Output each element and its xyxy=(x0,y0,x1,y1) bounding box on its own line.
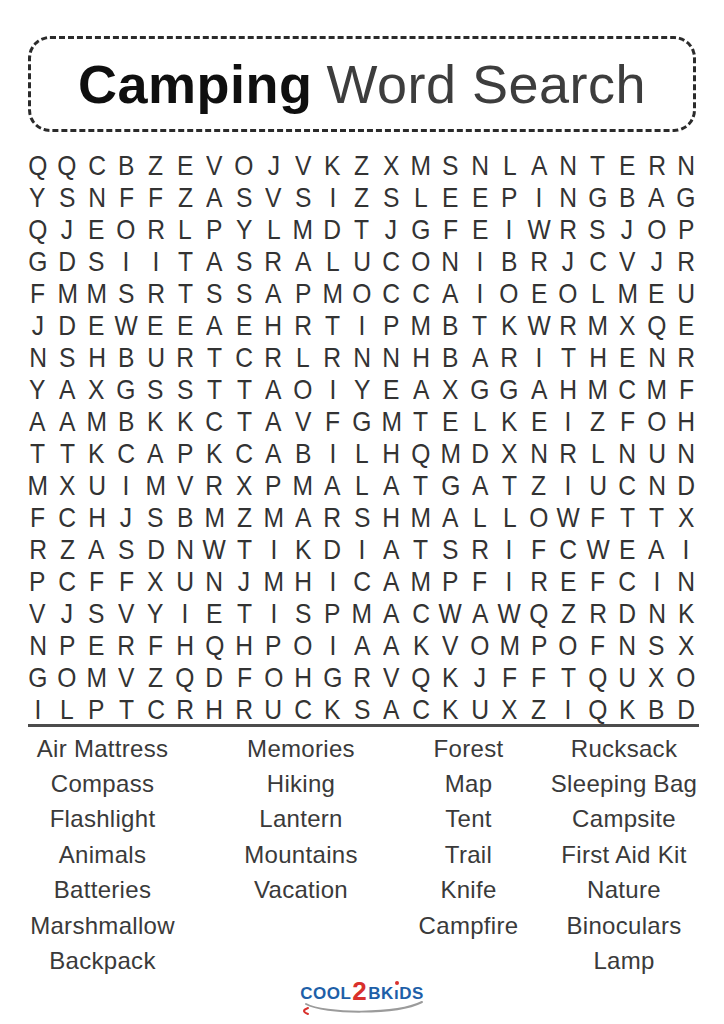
grid-cell[interactable]: J xyxy=(52,598,81,630)
grid-cell[interactable]: S xyxy=(111,278,140,310)
grid-cell[interactable]: I xyxy=(495,566,524,598)
grid-cell[interactable]: Z xyxy=(141,150,170,182)
grid-cell[interactable]: I xyxy=(23,694,52,726)
grid-cell[interactable]: Z xyxy=(347,150,376,182)
grid-cell[interactable]: N xyxy=(377,342,406,374)
grid-cell[interactable]: U xyxy=(141,342,170,374)
grid-cell[interactable]: D xyxy=(318,214,347,246)
grid-cell[interactable]: Y xyxy=(23,374,52,406)
grid-cell[interactable]: N xyxy=(465,150,494,182)
grid-cell[interactable]: C xyxy=(82,150,111,182)
grid-cell[interactable]: R xyxy=(583,598,612,630)
grid-cell[interactable]: L xyxy=(170,214,199,246)
grid-cell[interactable]: N xyxy=(642,342,671,374)
grid-cell[interactable]: M xyxy=(642,374,671,406)
grid-cell[interactable]: I xyxy=(347,310,376,342)
grid-cell[interactable]: L xyxy=(465,406,494,438)
grid-cell[interactable]: K xyxy=(406,630,435,662)
grid-cell[interactable]: E xyxy=(436,182,465,214)
grid-cell[interactable]: H xyxy=(583,342,612,374)
grid-cell[interactable]: H xyxy=(288,662,317,694)
grid-cell[interactable]: R xyxy=(259,342,288,374)
grid-cell[interactable]: M xyxy=(23,470,52,502)
grid-cell[interactable]: C xyxy=(229,438,258,470)
grid-cell[interactable]: A xyxy=(642,534,671,566)
grid-cell[interactable]: D xyxy=(52,310,81,342)
grid-cell[interactable]: P xyxy=(52,630,81,662)
grid-cell[interactable]: P xyxy=(288,278,317,310)
grid-cell[interactable]: B xyxy=(495,246,524,278)
grid-cell[interactable]: T xyxy=(554,342,583,374)
grid-cell[interactable]: R xyxy=(170,694,199,726)
grid-cell[interactable]: M xyxy=(406,566,435,598)
grid-cell[interactable]: N xyxy=(672,438,701,470)
grid-cell[interactable]: A xyxy=(200,182,229,214)
grid-cell[interactable]: F xyxy=(583,566,612,598)
grid-cell[interactable]: C xyxy=(613,470,642,502)
grid-cell[interactable]: K xyxy=(436,662,465,694)
grid-cell[interactable]: F xyxy=(583,502,612,534)
grid-cell[interactable]: A xyxy=(259,278,288,310)
grid-cell[interactable]: E xyxy=(613,342,642,374)
grid-cell[interactable]: S xyxy=(347,502,376,534)
grid-cell[interactable]: E xyxy=(465,214,494,246)
grid-cell[interactable]: X xyxy=(377,150,406,182)
grid-cell[interactable]: K xyxy=(613,694,642,726)
grid-cell[interactable]: N xyxy=(613,438,642,470)
grid-cell[interactable]: E xyxy=(229,310,258,342)
grid-cell[interactable]: T xyxy=(170,246,199,278)
grid-cell[interactable]: T xyxy=(170,278,199,310)
grid-cell[interactable]: T xyxy=(642,502,671,534)
grid-cell[interactable]: F xyxy=(111,182,140,214)
grid-cell[interactable]: Q xyxy=(524,598,553,630)
grid-cell[interactable]: T xyxy=(111,694,140,726)
grid-cell[interactable]: A xyxy=(377,470,406,502)
grid-cell[interactable]: Y xyxy=(229,214,258,246)
grid-cell[interactable]: J xyxy=(23,310,52,342)
grid-cell[interactable]: F xyxy=(583,630,612,662)
grid-cell[interactable]: I xyxy=(465,246,494,278)
grid-cell[interactable]: K xyxy=(141,406,170,438)
grid-cell[interactable]: T xyxy=(613,502,642,534)
grid-cell[interactable]: K xyxy=(288,534,317,566)
grid-cell[interactable]: A xyxy=(436,278,465,310)
grid-cell[interactable]: M xyxy=(347,598,376,630)
grid-cell[interactable]: K xyxy=(495,406,524,438)
grid-cell[interactable]: X xyxy=(495,694,524,726)
grid-cell[interactable]: S xyxy=(82,598,111,630)
grid-cell[interactable]: E xyxy=(613,534,642,566)
grid-cell[interactable]: B xyxy=(111,406,140,438)
grid-cell[interactable]: N xyxy=(613,630,642,662)
grid-cell[interactable]: L xyxy=(583,438,612,470)
grid-cell[interactable]: O xyxy=(672,662,701,694)
grid-cell[interactable]: I xyxy=(524,342,553,374)
grid-cell[interactable]: E xyxy=(82,310,111,342)
grid-cell[interactable]: T xyxy=(406,470,435,502)
grid-cell[interactable]: V xyxy=(23,598,52,630)
grid-cell[interactable]: I xyxy=(170,598,199,630)
grid-cell[interactable]: S xyxy=(111,534,140,566)
grid-cell[interactable]: T xyxy=(229,598,258,630)
grid-cell[interactable]: C xyxy=(583,246,612,278)
grid-cell[interactable]: W xyxy=(524,310,553,342)
grid-cell[interactable]: V xyxy=(111,662,140,694)
grid-cell[interactable]: S xyxy=(141,502,170,534)
grid-cell[interactable]: P xyxy=(377,310,406,342)
grid-cell[interactable]: I xyxy=(554,470,583,502)
grid-cell[interactable]: M xyxy=(259,566,288,598)
grid-cell[interactable]: I xyxy=(318,374,347,406)
grid-cell[interactable]: Z xyxy=(229,502,258,534)
grid-cell[interactable]: T xyxy=(406,534,435,566)
grid-cell[interactable]: C xyxy=(406,278,435,310)
grid-cell[interactable]: E xyxy=(170,150,199,182)
grid-cell[interactable]: R xyxy=(259,246,288,278)
grid-cell[interactable]: U xyxy=(583,470,612,502)
grid-cell[interactable]: O xyxy=(554,278,583,310)
grid-cell[interactable]: T xyxy=(465,310,494,342)
grid-cell[interactable]: B xyxy=(170,502,199,534)
grid-cell[interactable]: R xyxy=(23,534,52,566)
grid-cell[interactable]: R xyxy=(318,502,347,534)
grid-cell[interactable]: C xyxy=(200,406,229,438)
grid-cell[interactable]: P xyxy=(436,566,465,598)
grid-cell[interactable]: B xyxy=(288,438,317,470)
grid-cell[interactable]: Z xyxy=(170,182,199,214)
grid-cell[interactable]: M xyxy=(318,278,347,310)
grid-cell[interactable]: H xyxy=(82,342,111,374)
grid-cell[interactable]: G xyxy=(111,374,140,406)
grid-cell[interactable]: P xyxy=(82,694,111,726)
grid-cell[interactable]: N xyxy=(436,246,465,278)
grid-cell[interactable]: L xyxy=(495,150,524,182)
grid-cell[interactable]: V xyxy=(111,598,140,630)
grid-cell[interactable]: R xyxy=(170,342,199,374)
grid-cell[interactable]: C xyxy=(613,566,642,598)
grid-cell[interactable]: R xyxy=(524,246,553,278)
grid-cell[interactable]: T xyxy=(583,150,612,182)
grid-cell[interactable]: T xyxy=(495,470,524,502)
grid-cell[interactable]: R xyxy=(318,342,347,374)
grid-cell[interactable]: Z xyxy=(524,470,553,502)
grid-cell[interactable]: F xyxy=(141,182,170,214)
grid-cell[interactable]: H xyxy=(672,406,701,438)
grid-cell[interactable]: M xyxy=(583,374,612,406)
grid-cell[interactable]: H xyxy=(200,694,229,726)
grid-cell[interactable]: R xyxy=(288,310,317,342)
grid-cell[interactable]: F xyxy=(82,566,111,598)
grid-cell[interactable]: O xyxy=(554,630,583,662)
grid-cell[interactable]: J xyxy=(229,566,258,598)
grid-cell[interactable]: K xyxy=(318,150,347,182)
grid-cell[interactable]: F xyxy=(613,406,642,438)
grid-cell[interactable]: B xyxy=(111,150,140,182)
grid-cell[interactable]: W xyxy=(583,534,612,566)
grid-cell[interactable]: K xyxy=(318,694,347,726)
grid-cell[interactable]: P xyxy=(259,630,288,662)
grid-cell[interactable]: I xyxy=(495,214,524,246)
grid-cell[interactable]: X xyxy=(613,310,642,342)
grid-cell[interactable]: B xyxy=(436,342,465,374)
grid-cell[interactable]: U xyxy=(82,470,111,502)
grid-cell[interactable]: U xyxy=(465,694,494,726)
grid-cell[interactable]: S xyxy=(52,342,81,374)
grid-cell[interactable]: R xyxy=(554,214,583,246)
grid-cell[interactable]: C xyxy=(554,534,583,566)
grid-cell[interactable]: Q xyxy=(170,662,199,694)
grid-cell[interactable]: N xyxy=(672,150,701,182)
grid-cell[interactable]: M xyxy=(82,662,111,694)
grid-cell[interactable]: W xyxy=(495,598,524,630)
grid-cell[interactable]: Q xyxy=(406,438,435,470)
grid-cell[interactable]: O xyxy=(465,630,494,662)
grid-cell[interactable]: T xyxy=(554,662,583,694)
grid-cell[interactable]: W xyxy=(524,214,553,246)
grid-cell[interactable]: A xyxy=(82,534,111,566)
grid-cell[interactable]: C xyxy=(613,374,642,406)
grid-cell[interactable]: I xyxy=(642,566,671,598)
grid-cell[interactable]: F xyxy=(495,662,524,694)
grid-cell[interactable]: S xyxy=(141,374,170,406)
grid-cell[interactable]: H xyxy=(377,502,406,534)
grid-cell[interactable]: I xyxy=(524,182,553,214)
grid-cell[interactable]: H xyxy=(377,438,406,470)
grid-cell[interactable]: Z xyxy=(52,534,81,566)
grid-cell[interactable]: B xyxy=(111,342,140,374)
grid-cell[interactable]: S xyxy=(229,182,258,214)
grid-cell[interactable]: J xyxy=(111,502,140,534)
grid-cell[interactable]: P xyxy=(170,438,199,470)
grid-cell[interactable]: X xyxy=(495,438,524,470)
grid-cell[interactable]: X xyxy=(229,470,258,502)
grid-cell[interactable]: V xyxy=(377,662,406,694)
grid-cell[interactable]: M xyxy=(406,502,435,534)
grid-cell[interactable]: M xyxy=(583,310,612,342)
grid-cell[interactable]: Q xyxy=(642,310,671,342)
grid-cell[interactable]: L xyxy=(318,246,347,278)
grid-cell[interactable]: X xyxy=(672,502,701,534)
grid-cell[interactable]: N xyxy=(82,182,111,214)
grid-cell[interactable]: D xyxy=(672,470,701,502)
grid-cell[interactable]: C xyxy=(406,694,435,726)
grid-cell[interactable]: U xyxy=(672,278,701,310)
grid-cell[interactable]: I xyxy=(111,246,140,278)
grid-cell[interactable]: Q xyxy=(406,662,435,694)
grid-cell[interactable]: T xyxy=(347,214,376,246)
grid-cell[interactable]: S xyxy=(642,630,671,662)
grid-cell[interactable]: R xyxy=(642,150,671,182)
grid-cell[interactable]: B xyxy=(613,182,642,214)
grid-cell[interactable]: L xyxy=(259,214,288,246)
grid-cell[interactable]: I xyxy=(554,406,583,438)
grid-cell[interactable]: J xyxy=(377,214,406,246)
grid-cell[interactable]: C xyxy=(347,566,376,598)
grid-cell[interactable]: G xyxy=(672,182,701,214)
grid-cell[interactable]: A xyxy=(141,438,170,470)
grid-cell[interactable]: I xyxy=(672,534,701,566)
grid-cell[interactable]: H xyxy=(406,342,435,374)
grid-cell[interactable]: P xyxy=(524,630,553,662)
grid-cell[interactable]: E xyxy=(141,310,170,342)
grid-cell[interactable]: Q xyxy=(200,630,229,662)
grid-cell[interactable]: N xyxy=(23,630,52,662)
grid-cell[interactable]: S xyxy=(347,694,376,726)
grid-cell[interactable]: A xyxy=(377,694,406,726)
grid-cell[interactable]: D xyxy=(465,438,494,470)
grid-cell[interactable]: I xyxy=(554,694,583,726)
grid-cell[interactable]: A xyxy=(377,598,406,630)
grid-cell[interactable]: A xyxy=(377,534,406,566)
grid-cell[interactable]: L xyxy=(288,342,317,374)
grid-cell[interactable]: A xyxy=(347,630,376,662)
grid-cell[interactable]: A xyxy=(465,470,494,502)
grid-cell[interactable]: R xyxy=(229,694,258,726)
grid-cell[interactable]: F xyxy=(141,630,170,662)
grid-cell[interactable]: P xyxy=(495,182,524,214)
grid-cell[interactable]: A xyxy=(406,374,435,406)
grid-cell[interactable]: D xyxy=(52,246,81,278)
grid-cell[interactable]: I xyxy=(347,534,376,566)
grid-cell[interactable]: O xyxy=(642,214,671,246)
grid-cell[interactable]: E xyxy=(554,566,583,598)
grid-cell[interactable]: M xyxy=(259,502,288,534)
grid-cell[interactable]: X xyxy=(52,470,81,502)
grid-cell[interactable]: D xyxy=(613,598,642,630)
grid-cell[interactable]: K xyxy=(82,438,111,470)
grid-cell[interactable]: O xyxy=(642,406,671,438)
grid-cell[interactable]: O xyxy=(288,374,317,406)
grid-cell[interactable]: D xyxy=(318,534,347,566)
grid-cell[interactable]: N xyxy=(200,566,229,598)
grid-cell[interactable]: A xyxy=(465,342,494,374)
grid-cell[interactable]: C xyxy=(229,342,258,374)
grid-cell[interactable]: A xyxy=(23,406,52,438)
grid-cell[interactable]: O xyxy=(229,150,258,182)
grid-cell[interactable]: U xyxy=(642,438,671,470)
grid-cell[interactable]: I xyxy=(111,470,140,502)
grid-cell[interactable]: Y xyxy=(141,598,170,630)
grid-cell[interactable]: R xyxy=(200,470,229,502)
grid-cell[interactable]: P xyxy=(259,470,288,502)
grid-cell[interactable]: N xyxy=(642,470,671,502)
grid-cell[interactable]: G xyxy=(318,662,347,694)
grid-cell[interactable]: H xyxy=(259,310,288,342)
grid-cell[interactable]: M xyxy=(377,406,406,438)
grid-cell[interactable]: P xyxy=(200,214,229,246)
grid-cell[interactable]: N xyxy=(554,182,583,214)
grid-cell[interactable]: L xyxy=(406,182,435,214)
grid-cell[interactable]: C xyxy=(52,566,81,598)
grid-cell[interactable]: E xyxy=(465,182,494,214)
grid-cell[interactable]: F xyxy=(23,278,52,310)
grid-cell[interactable]: A xyxy=(52,406,81,438)
grid-cell[interactable]: S xyxy=(288,182,317,214)
grid-cell[interactable]: E xyxy=(82,630,111,662)
grid-cell[interactable]: E xyxy=(524,406,553,438)
grid-cell[interactable]: A xyxy=(288,246,317,278)
grid-cell[interactable]: L xyxy=(583,278,612,310)
grid-cell[interactable]: G xyxy=(436,470,465,502)
grid-cell[interactable]: F xyxy=(436,214,465,246)
grid-cell[interactable]: O xyxy=(347,278,376,310)
grid-cell[interactable]: F xyxy=(229,662,258,694)
grid-cell[interactable]: O xyxy=(288,630,317,662)
grid-cell[interactable]: A xyxy=(524,374,553,406)
grid-cell[interactable]: R xyxy=(672,342,701,374)
grid-cell[interactable]: K xyxy=(672,598,701,630)
grid-cell[interactable]: L xyxy=(465,502,494,534)
grid-cell[interactable]: I xyxy=(495,534,524,566)
grid-cell[interactable]: V xyxy=(200,150,229,182)
grid-cell[interactable]: S xyxy=(170,374,199,406)
grid-cell[interactable]: K xyxy=(436,694,465,726)
grid-cell[interactable]: A xyxy=(259,438,288,470)
grid-cell[interactable]: C xyxy=(377,278,406,310)
grid-cell[interactable]: O xyxy=(111,214,140,246)
grid-cell[interactable]: L xyxy=(347,438,376,470)
grid-cell[interactable]: C xyxy=(377,246,406,278)
grid-cell[interactable]: E xyxy=(82,214,111,246)
grid-cell[interactable]: T xyxy=(229,406,258,438)
grid-cell[interactable]: T xyxy=(406,406,435,438)
grid-cell[interactable]: A xyxy=(377,630,406,662)
grid-cell[interactable]: F xyxy=(524,534,553,566)
grid-cell[interactable]: R xyxy=(465,534,494,566)
grid-cell[interactable]: S xyxy=(436,150,465,182)
grid-cell[interactable]: I xyxy=(259,598,288,630)
grid-cell[interactable]: R xyxy=(554,438,583,470)
grid-cell[interactable]: X xyxy=(436,374,465,406)
grid-cell[interactable]: C xyxy=(406,598,435,630)
grid-cell[interactable]: K xyxy=(200,438,229,470)
grid-cell[interactable]: D xyxy=(200,662,229,694)
grid-cell[interactable]: G xyxy=(583,182,612,214)
grid-cell[interactable]: S xyxy=(200,278,229,310)
grid-cell[interactable]: N xyxy=(170,534,199,566)
grid-cell[interactable]: H xyxy=(170,630,199,662)
grid-cell[interactable]: A xyxy=(436,502,465,534)
grid-cell[interactable]: M xyxy=(288,470,317,502)
grid-cell[interactable]: G xyxy=(495,374,524,406)
grid-cell[interactable]: G xyxy=(23,662,52,694)
grid-cell[interactable]: Y xyxy=(23,182,52,214)
grid-cell[interactable]: S xyxy=(52,182,81,214)
grid-cell[interactable]: J xyxy=(613,214,642,246)
grid-cell[interactable]: I xyxy=(318,182,347,214)
grid-cell[interactable]: Z xyxy=(583,406,612,438)
grid-cell[interactable]: T xyxy=(229,534,258,566)
grid-cell[interactable]: Q xyxy=(23,150,52,182)
grid-cell[interactable]: X xyxy=(82,374,111,406)
grid-cell[interactable]: M xyxy=(613,278,642,310)
grid-cell[interactable]: I xyxy=(259,534,288,566)
grid-cell[interactable]: P xyxy=(23,566,52,598)
grid-cell[interactable]: A xyxy=(524,150,553,182)
grid-cell[interactable]: E xyxy=(524,278,553,310)
grid-cell[interactable]: B xyxy=(436,310,465,342)
grid-cell[interactable]: L xyxy=(347,470,376,502)
grid-cell[interactable]: P xyxy=(672,214,701,246)
grid-cell[interactable]: F xyxy=(318,406,347,438)
grid-cell[interactable]: M xyxy=(288,214,317,246)
grid-cell[interactable]: V xyxy=(170,470,199,502)
grid-cell[interactable]: T xyxy=(52,438,81,470)
grid-cell[interactable]: K xyxy=(170,406,199,438)
grid-cell[interactable]: A xyxy=(200,310,229,342)
grid-cell[interactable]: T xyxy=(229,374,258,406)
